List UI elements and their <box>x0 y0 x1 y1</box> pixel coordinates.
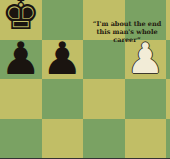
square-r3c3 <box>83 79 125 119</box>
square-r3c2 <box>42 79 84 119</box>
black-pawn-piece: ♟ <box>0 39 42 79</box>
square-r3c1 <box>0 79 42 119</box>
caption-line-2: this man's whole <box>90 28 164 36</box>
square-r2c5 <box>166 40 170 80</box>
meme-caption: “I'm about the end this man's whole care… <box>90 20 164 44</box>
square-r4c5 <box>166 119 170 159</box>
chess-board: ♚ ♟ ♟ ♟ “I'm about the end this man's wh… <box>0 0 170 158</box>
square-r4c2 <box>42 119 84 159</box>
square-r3c5 <box>166 79 170 119</box>
white-pawn-piece: ♟ <box>125 40 167 80</box>
square-r2c1: ♟ <box>0 40 42 80</box>
square-r4c1 <box>0 119 42 159</box>
caption-line-3: career” <box>90 36 164 44</box>
square-r2c4: ♟ <box>125 40 167 80</box>
square-r4c3 <box>83 119 125 159</box>
black-pawn-piece: ♟ <box>42 39 84 79</box>
square-r2c3 <box>83 40 125 80</box>
square-r4c4 <box>125 119 167 159</box>
square-r1c1: ♚ <box>0 0 42 40</box>
caption-line-1: “I'm about the end <box>90 20 164 28</box>
black-king-piece: ♚ <box>0 0 42 35</box>
square-r1c2 <box>42 0 84 40</box>
square-r3c4 <box>125 79 167 119</box>
square-r1c5 <box>166 0 170 40</box>
square-r2c2: ♟ <box>42 40 84 80</box>
